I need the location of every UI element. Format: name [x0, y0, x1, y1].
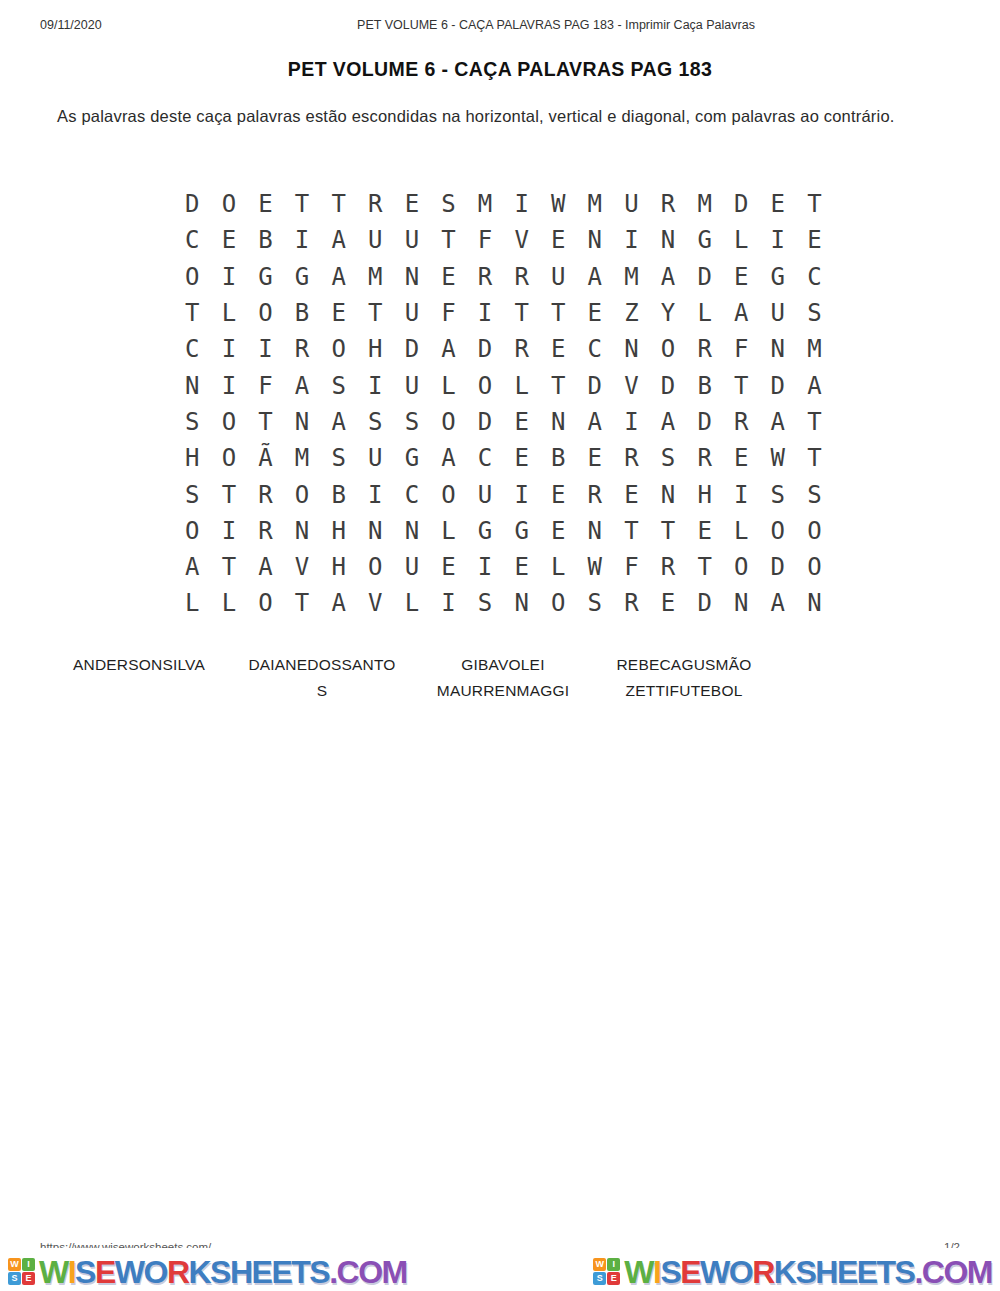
grid-cell-r12c18: N: [796, 585, 833, 621]
grid-cell-r11c16: O: [723, 549, 760, 585]
grid-cell-r2c4: I: [284, 222, 321, 258]
grid-cell-r8c9: C: [467, 440, 504, 476]
grid-cell-r4c10: T: [503, 295, 540, 331]
word-list-entry: GIBAVOLEI: [403, 652, 603, 678]
grid-cell-r7c5: A: [320, 404, 357, 440]
grid-cell-r3c7: N: [394, 259, 431, 295]
grid-cell-r12c9: S: [467, 585, 504, 621]
grid-cell-r6c5: S: [320, 367, 357, 403]
grid-cell-r1c6: R: [357, 186, 394, 222]
grid-cell-r2c3: B: [247, 222, 284, 258]
grid-cell-r1c8: S: [430, 186, 467, 222]
grid-cell-r11c2: T: [211, 549, 248, 585]
grid-cell-r9c12: R: [577, 476, 614, 512]
word-list-entry: MAURRENMAGGI: [403, 678, 603, 704]
logo-letter: W: [39, 1254, 68, 1290]
grid-cell-r3c17: G: [760, 259, 797, 295]
grid-cell-r5c6: H: [357, 331, 394, 367]
grid-cell-r3c11: U: [540, 259, 577, 295]
grid-cell-r2c7: U: [394, 222, 431, 258]
grid-cell-r7c15: D: [686, 404, 723, 440]
grid-cell-r7c6: S: [357, 404, 394, 440]
grid-cell-r4c11: T: [540, 295, 577, 331]
wiseworksheets-logo[interactable]: WISEWISEWORKSHEETS.COM: [8, 1256, 407, 1288]
grid-cell-r10c4: N: [284, 513, 321, 549]
grid-cell-r1c1: D: [174, 186, 211, 222]
page-number: 1/2: [944, 1241, 960, 1248]
word-list-column: GIBAVOLEIMAURRENMAGGI: [403, 652, 603, 704]
grid-cell-r9c15: H: [686, 476, 723, 512]
grid-cell-r9c6: I: [357, 476, 394, 512]
grid-cell-r6c11: T: [540, 367, 577, 403]
grid-cell-r1c10: I: [503, 186, 540, 222]
logo-letter: S: [75, 1254, 95, 1290]
grid-cell-r8c10: E: [503, 440, 540, 476]
grid-cell-r9c10: I: [503, 476, 540, 512]
logo-letter: I: [68, 1254, 75, 1290]
grid-cell-r6c17: D: [760, 367, 797, 403]
grid-cell-r10c8: L: [430, 513, 467, 549]
grid-cell-r11c5: H: [320, 549, 357, 585]
grid-cell-r2c5: A: [320, 222, 357, 258]
grid-cell-r1c18: T: [796, 186, 833, 222]
logo-icon-square: E: [607, 1272, 620, 1285]
grid-cell-r1c12: M: [577, 186, 614, 222]
grid-cell-r12c4: T: [284, 585, 321, 621]
footer-logos: WISEWISEWORKSHEETS.COMWISEWISEWORKSHEETS…: [8, 1252, 992, 1291]
grid-cell-r10c9: G: [467, 513, 504, 549]
grid-cell-r5c10: R: [503, 331, 540, 367]
print-header: 09/11/2020 PET VOLUME 6 - CAÇA PALAVRAS …: [0, 18, 1000, 36]
logo-letter: S: [895, 1254, 915, 1290]
logo-letter: O: [358, 1254, 381, 1290]
grid-cell-r2c16: L: [723, 222, 760, 258]
logo-letter: E: [252, 1254, 272, 1290]
grid-cell-r4c17: U: [760, 295, 797, 331]
grid-cell-r1c5: T: [320, 186, 357, 222]
logo-wordmark: WISEWORKSHEETS.COM: [624, 1256, 992, 1288]
wiseworksheets-grid-icon: WISE: [8, 1258, 36, 1286]
logo-letter: O: [943, 1254, 966, 1290]
grid-cell-r6c14: D: [650, 367, 687, 403]
grid-cell-r6c8: L: [430, 367, 467, 403]
grid-cell-r3c3: G: [247, 259, 284, 295]
grid-cell-r1c3: E: [247, 186, 284, 222]
grid-cell-r7c8: O: [430, 404, 467, 440]
grid-cell-r3c12: A: [577, 259, 614, 295]
wiseworksheets-logo[interactable]: WISEWISEWORKSHEETS.COM: [593, 1256, 992, 1288]
word-list-column: DAIANEDOSSANTOS: [222, 652, 422, 704]
grid-cell-r6c7: U: [394, 367, 431, 403]
grid-cell-r3c16: E: [723, 259, 760, 295]
grid-cell-r7c9: D: [467, 404, 504, 440]
grid-cell-r10c1: O: [174, 513, 211, 549]
grid-cell-r6c16: T: [723, 367, 760, 403]
grid-cell-r5c3: I: [247, 331, 284, 367]
grid-cell-r12c15: D: [686, 585, 723, 621]
grid-cell-r2c6: U: [357, 222, 394, 258]
grid-cell-r5c8: A: [430, 331, 467, 367]
grid-cell-r12c16: N: [723, 585, 760, 621]
grid-cell-r2c1: C: [174, 222, 211, 258]
grid-cell-r10c17: O: [760, 513, 797, 549]
grid-cell-r9c8: O: [430, 476, 467, 512]
grid-cell-r11c10: E: [503, 549, 540, 585]
grid-cell-r10c2: I: [211, 513, 248, 549]
grid-cell-r6c13: V: [613, 367, 650, 403]
logo-letter: R: [167, 1254, 189, 1290]
grid-cell-r11c4: V: [284, 549, 321, 585]
word-list-entry: REBECAGUSMÃO: [584, 652, 784, 678]
grid-cell-r6c15: B: [686, 367, 723, 403]
grid-cell-r10c3: R: [247, 513, 284, 549]
grid-cell-r7c18: T: [796, 404, 833, 440]
grid-cell-r4c1: T: [174, 295, 211, 331]
grid-cell-r2c11: E: [540, 222, 577, 258]
logo-letter: S: [660, 1254, 680, 1290]
grid-cell-r3c2: I: [211, 259, 248, 295]
grid-cell-r10c14: T: [650, 513, 687, 549]
grid-cell-r5c4: R: [284, 331, 321, 367]
word-list-entry: ANDERSONSILVA: [39, 652, 239, 678]
grid-cell-r3c5: A: [320, 259, 357, 295]
grid-cell-r4c3: O: [247, 295, 284, 331]
grid-cell-r5c12: C: [577, 331, 614, 367]
logo-letter: T: [291, 1254, 309, 1290]
grid-cell-r9c13: E: [613, 476, 650, 512]
grid-cell-r7c13: I: [613, 404, 650, 440]
grid-cell-r5c1: C: [174, 331, 211, 367]
grid-cell-r3c9: R: [467, 259, 504, 295]
grid-cell-r5c2: I: [211, 331, 248, 367]
grid-cell-r8c5: S: [320, 440, 357, 476]
grid-cell-r7c10: E: [503, 404, 540, 440]
logo-letter: E: [680, 1254, 700, 1290]
word-search-grid: DOETTRESMIWMURMDETCEBIAUUTFVENINGLIEOIGG…: [174, 186, 833, 622]
grid-cell-r3c15: D: [686, 259, 723, 295]
logo-letter: O: [729, 1254, 752, 1290]
grid-cell-r9c9: U: [467, 476, 504, 512]
grid-cell-r11c17: D: [760, 549, 797, 585]
grid-cell-r10c13: T: [613, 513, 650, 549]
grid-cell-r7c11: N: [540, 404, 577, 440]
logo-letter: M: [382, 1254, 407, 1290]
grid-cell-r7c2: O: [211, 404, 248, 440]
logo-letter: K: [188, 1254, 210, 1290]
logo-letter: S: [795, 1254, 815, 1290]
grid-cell-r5c7: D: [394, 331, 431, 367]
grid-cell-r4c15: L: [686, 295, 723, 331]
word-list-column: ANDERSONSILVA: [39, 652, 239, 678]
grid-cell-r10c12: N: [577, 513, 614, 549]
logo-letter: .: [329, 1254, 336, 1290]
grid-cell-r2c17: I: [760, 222, 797, 258]
logo-icon-square: I: [22, 1258, 35, 1271]
word-list-entry: S: [222, 678, 422, 704]
grid-cell-r7c3: T: [247, 404, 284, 440]
grid-cell-r12c3: O: [247, 585, 284, 621]
grid-cell-r10c15: E: [686, 513, 723, 549]
grid-cell-r6c18: A: [796, 367, 833, 403]
grid-cell-r11c3: A: [247, 549, 284, 585]
grid-cell-r8c13: R: [613, 440, 650, 476]
grid-cell-r12c13: R: [613, 585, 650, 621]
grid-cell-r11c1: A: [174, 549, 211, 585]
grid-cell-r9c11: E: [540, 476, 577, 512]
grid-cell-r3c4: G: [284, 259, 321, 295]
logo-icon-square: W: [8, 1258, 21, 1271]
grid-cell-r11c15: T: [686, 549, 723, 585]
grid-cell-r4c14: Y: [650, 295, 687, 331]
print-footer: https://www.wiseworksheets.com/ 1/2: [40, 1241, 960, 1248]
grid-cell-r3c6: M: [357, 259, 394, 295]
grid-cell-r1c16: D: [723, 186, 760, 222]
grid-cell-r9c17: S: [760, 476, 797, 512]
grid-cell-r4c8: F: [430, 295, 467, 331]
grid-cell-r12c17: A: [760, 585, 797, 621]
grid-cell-r8c17: W: [760, 440, 797, 476]
grid-cell-r9c1: S: [174, 476, 211, 512]
grid-cell-r5c9: D: [467, 331, 504, 367]
grid-cell-r2c2: E: [211, 222, 248, 258]
logo-icon-square: S: [593, 1272, 606, 1285]
grid-cell-r12c7: L: [394, 585, 431, 621]
grid-cell-r7c4: N: [284, 404, 321, 440]
grid-cell-r1c14: R: [650, 186, 687, 222]
page-title: PET VOLUME 6 - CAÇA PALAVRAS PAG 183: [0, 58, 1000, 81]
grid-cell-r12c10: N: [503, 585, 540, 621]
grid-cell-r5c14: O: [650, 331, 687, 367]
grid-cell-r5c5: O: [320, 331, 357, 367]
grid-cell-r4c18: S: [796, 295, 833, 331]
logo-letter: H: [815, 1254, 837, 1290]
grid-cell-r9c7: C: [394, 476, 431, 512]
grid-cell-r6c6: I: [357, 367, 394, 403]
grid-cell-r11c13: F: [613, 549, 650, 585]
grid-cell-r1c2: O: [211, 186, 248, 222]
grid-cell-r12c12: S: [577, 585, 614, 621]
grid-cell-r8c4: M: [284, 440, 321, 476]
grid-cell-r10c5: H: [320, 513, 357, 549]
grid-cell-r12c11: O: [540, 585, 577, 621]
grid-cell-r4c12: E: [577, 295, 614, 331]
grid-cell-r7c7: S: [394, 404, 431, 440]
grid-cell-r6c10: L: [503, 367, 540, 403]
grid-cell-r4c6: T: [357, 295, 394, 331]
grid-cell-r8c7: G: [394, 440, 431, 476]
grid-cell-r5c18: M: [796, 331, 833, 367]
grid-cell-r11c6: O: [357, 549, 394, 585]
grid-cell-r5c16: F: [723, 331, 760, 367]
grid-cell-r8c18: T: [796, 440, 833, 476]
logo-letter: W: [624, 1254, 653, 1290]
grid-cell-r9c16: I: [723, 476, 760, 512]
logo-letter: .: [914, 1254, 921, 1290]
grid-cell-r4c4: B: [284, 295, 321, 331]
grid-cell-r1c15: M: [686, 186, 723, 222]
logo-icon-square: W: [593, 1258, 606, 1271]
grid-cell-r12c1: L: [174, 585, 211, 621]
grid-cell-r11c7: U: [394, 549, 431, 585]
grid-cell-r6c1: N: [174, 367, 211, 403]
grid-cell-r6c3: F: [247, 367, 284, 403]
logo-icon-square: S: [8, 1272, 21, 1285]
grid-cell-r7c14: A: [650, 404, 687, 440]
grid-cell-r5c11: E: [540, 331, 577, 367]
word-list-column: REBECAGUSMÃOZETTIFUTEBOL: [584, 652, 784, 704]
word-list: ANDERSONSILVADAIANEDOSSANTOSGIBAVOLEIMAU…: [0, 652, 1000, 712]
word-list-entry: DAIANEDOSSANTO: [222, 652, 422, 678]
grid-cell-r9c3: R: [247, 476, 284, 512]
grid-cell-r2c8: T: [430, 222, 467, 258]
grid-cell-r4c9: I: [467, 295, 504, 331]
grid-cell-r6c4: A: [284, 367, 321, 403]
logo-letter: E: [837, 1254, 857, 1290]
grid-cell-r8c1: H: [174, 440, 211, 476]
logo-letter: O: [143, 1254, 166, 1290]
logo-icon-square: I: [607, 1258, 620, 1271]
grid-cell-r8c16: E: [723, 440, 760, 476]
grid-cell-r4c7: U: [394, 295, 431, 331]
grid-cell-r10c18: O: [796, 513, 833, 549]
grid-cell-r6c12: D: [577, 367, 614, 403]
grid-cell-r1c4: T: [284, 186, 321, 222]
grid-cell-r2c18: E: [796, 222, 833, 258]
logo-letter: K: [774, 1254, 796, 1290]
grid-cell-r8c6: U: [357, 440, 394, 476]
logo-letter: M: [967, 1254, 992, 1290]
grid-cell-r7c16: R: [723, 404, 760, 440]
grid-cell-r3c13: M: [613, 259, 650, 295]
grid-cell-r9c4: O: [284, 476, 321, 512]
grid-cell-r7c1: S: [174, 404, 211, 440]
grid-cell-r10c6: N: [357, 513, 394, 549]
logo-letter: E: [857, 1254, 877, 1290]
grid-cell-r2c12: N: [577, 222, 614, 258]
grid-cell-r8c11: B: [540, 440, 577, 476]
grid-cell-r12c8: I: [430, 585, 467, 621]
grid-cell-r5c17: N: [760, 331, 797, 367]
logo-letter: S: [309, 1254, 329, 1290]
logo-letter: R: [752, 1254, 774, 1290]
grid-cell-r1c9: M: [467, 186, 504, 222]
grid-cell-r1c17: E: [760, 186, 797, 222]
wiseworksheets-grid-icon: WISE: [593, 1258, 621, 1286]
grid-cell-r12c5: A: [320, 585, 357, 621]
grid-cell-r8c12: E: [577, 440, 614, 476]
grid-cell-r1c13: U: [613, 186, 650, 222]
print-doc-title: PET VOLUME 6 - CAÇA PALAVRAS PAG 183 - I…: [0, 18, 1000, 32]
grid-cell-r11c18: O: [796, 549, 833, 585]
grid-cell-r11c8: E: [430, 549, 467, 585]
logo-letter: H: [230, 1254, 252, 1290]
logo-letter: T: [877, 1254, 895, 1290]
grid-cell-r4c16: A: [723, 295, 760, 331]
grid-cell-r2c10: V: [503, 222, 540, 258]
grid-cell-r9c5: B: [320, 476, 357, 512]
grid-cell-r3c14: A: [650, 259, 687, 295]
grid-cell-r12c6: V: [357, 585, 394, 621]
word-list-entry: ZETTIFUTEBOL: [584, 678, 784, 704]
logo-letter: E: [271, 1254, 291, 1290]
grid-cell-r1c7: E: [394, 186, 431, 222]
grid-cell-r12c2: L: [211, 585, 248, 621]
grid-cell-r9c2: T: [211, 476, 248, 512]
instructions-text: As palavras deste caça palavras estão es…: [57, 102, 917, 131]
logo-letter: W: [115, 1254, 144, 1290]
grid-cell-r10c10: G: [503, 513, 540, 549]
grid-cell-r11c11: L: [540, 549, 577, 585]
grid-cell-r2c14: N: [650, 222, 687, 258]
grid-cell-r4c13: Z: [613, 295, 650, 331]
logo-icon-square: E: [22, 1272, 35, 1285]
grid-cell-r11c14: R: [650, 549, 687, 585]
grid-cell-r12c14: E: [650, 585, 687, 621]
grid-cell-r2c13: I: [613, 222, 650, 258]
grid-cell-r8c8: A: [430, 440, 467, 476]
grid-cell-r3c8: E: [430, 259, 467, 295]
logo-letter: E: [95, 1254, 115, 1290]
grid-cell-r5c13: N: [613, 331, 650, 367]
grid-cell-r8c14: S: [650, 440, 687, 476]
grid-cell-r8c2: O: [211, 440, 248, 476]
grid-cell-r2c15: G: [686, 222, 723, 258]
footer-url: https://www.wiseworksheets.com/: [40, 1241, 211, 1248]
logo-letter: S: [210, 1254, 230, 1290]
grid-cell-r7c12: A: [577, 404, 614, 440]
logo-letter: C: [337, 1254, 359, 1290]
grid-cell-r8c3: Ã: [247, 440, 284, 476]
logo-wordmark: WISEWORKSHEETS.COM: [39, 1256, 407, 1288]
grid-cell-r10c16: L: [723, 513, 760, 549]
grid-cell-r9c14: N: [650, 476, 687, 512]
grid-cell-r2c9: F: [467, 222, 504, 258]
grid-cell-r10c11: E: [540, 513, 577, 549]
grid-cell-r11c9: I: [467, 549, 504, 585]
grid-cell-r8c15: R: [686, 440, 723, 476]
grid-cell-r4c2: L: [211, 295, 248, 331]
logo-letter: C: [922, 1254, 944, 1290]
grid-cell-r11c12: W: [577, 549, 614, 585]
grid-cell-r9c18: S: [796, 476, 833, 512]
grid-cell-r3c18: C: [796, 259, 833, 295]
grid-cell-r6c2: I: [211, 367, 248, 403]
grid-cell-r4c5: E: [320, 295, 357, 331]
grid-cell-r3c10: R: [503, 259, 540, 295]
grid-cell-r10c7: N: [394, 513, 431, 549]
grid-cell-r7c17: A: [760, 404, 797, 440]
grid-cell-r5c15: R: [686, 331, 723, 367]
logo-letter: W: [700, 1254, 729, 1290]
grid-cell-r6c9: O: [467, 367, 504, 403]
grid-cell-r1c11: W: [540, 186, 577, 222]
grid-cell-r3c1: O: [174, 259, 211, 295]
